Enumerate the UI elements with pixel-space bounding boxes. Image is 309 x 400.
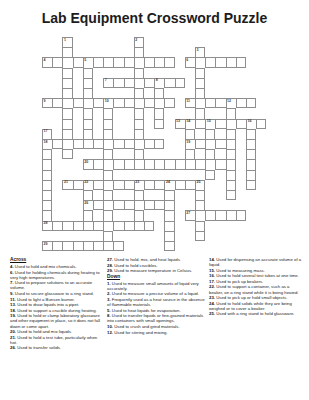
grid-cell-r6c18[interactable]: 12 bbox=[226, 98, 236, 108]
grid-cell-r12c9[interactable] bbox=[134, 159, 144, 169]
grid-cell-r12c8[interactable] bbox=[124, 159, 134, 169]
grid-cell-r6c7[interactable] bbox=[113, 98, 123, 108]
across-clue-28: 28. Used to hold crucibles. bbox=[107, 263, 206, 268]
grid-cell-r10c10[interactable] bbox=[144, 139, 154, 149]
grid-cell-r16c11[interactable] bbox=[154, 200, 164, 210]
grid-cell-r19c12[interactable] bbox=[164, 231, 174, 241]
grid-cell-r12c4[interactable]: 20 bbox=[83, 159, 93, 169]
grid-cell-r15c12[interactable] bbox=[164, 190, 174, 200]
grid-cell-r14c18[interactable] bbox=[226, 180, 236, 190]
grid-cell-r6c20[interactable] bbox=[246, 98, 256, 108]
cell-number-11: 11 bbox=[186, 99, 190, 103]
grid-cell-r10c6[interactable] bbox=[103, 139, 113, 149]
down-clue-16: 16. Used to hold several test tubes at o… bbox=[209, 273, 304, 278]
grid-cell-r2c1[interactable] bbox=[52, 57, 62, 67]
grid-cell-r3c15[interactable] bbox=[195, 68, 205, 78]
across-clue-6: 6. Used for holding chemicals during hea… bbox=[10, 270, 104, 280]
grid-cell-r2c17[interactable] bbox=[215, 57, 225, 67]
clue-number: 21. bbox=[10, 335, 17, 340]
grid-cell-r20c5[interactable] bbox=[93, 241, 103, 251]
grid-cell-r14c11[interactable] bbox=[154, 180, 164, 190]
grid-cell-r14c12[interactable]: 24 bbox=[164, 180, 174, 190]
grid-cell-r10c11[interactable] bbox=[154, 139, 164, 149]
grid-cell-r6c15[interactable] bbox=[195, 98, 205, 108]
grid-cell-r8c17[interactable] bbox=[215, 119, 225, 129]
grid-cell-r16c4[interactable]: 26 bbox=[83, 200, 93, 210]
grid-cell-r2c11[interactable] bbox=[154, 57, 164, 67]
grid-cell-r2c6[interactable] bbox=[103, 57, 113, 67]
cell-number-23: 23 bbox=[135, 180, 139, 184]
grid-cell-r6c14[interactable]: 11 bbox=[185, 98, 195, 108]
grid-cell-r3c4[interactable] bbox=[83, 68, 93, 78]
down-clue-23: 23. Used to pick up or hold small object… bbox=[209, 295, 304, 300]
grid-cell-r7c18[interactable] bbox=[226, 108, 236, 118]
grid-cell-r16c10[interactable] bbox=[144, 200, 154, 210]
clue-number: 15. bbox=[209, 268, 216, 273]
across-clue-7: 7. Used to prepare solutions to an accur… bbox=[10, 280, 104, 290]
grid-cell-r2c19[interactable] bbox=[236, 57, 246, 67]
grid-cell-r3c9[interactable] bbox=[134, 68, 144, 78]
grid-cell-r8c18[interactable] bbox=[226, 119, 236, 129]
grid-cell-r14c6[interactable] bbox=[103, 180, 113, 190]
grid-cell-r1c15[interactable]: 3 bbox=[195, 47, 205, 57]
cell-number-26: 26 bbox=[84, 201, 88, 205]
grid-cell-r15c0[interactable] bbox=[42, 190, 52, 200]
clue-number: 16. bbox=[209, 273, 216, 278]
grid-cell-r14c20[interactable] bbox=[246, 180, 256, 190]
clue-column-right: 14. Used for dispensing an accurate volu… bbox=[209, 257, 304, 317]
grid-cell-r8c13[interactable]: 13 bbox=[175, 119, 185, 129]
down-clue-25: 25. Used with a ring stand to hold glass… bbox=[209, 311, 304, 316]
grid-cell-r5c15[interactable] bbox=[195, 88, 205, 98]
grid-cell-r12c15[interactable] bbox=[195, 159, 205, 169]
clue-number: 25. bbox=[209, 311, 216, 316]
grid-cell-r17c18[interactable] bbox=[226, 210, 236, 220]
grid-cell-r10c15[interactable] bbox=[195, 139, 205, 149]
grid-cell-r15c6[interactable] bbox=[103, 190, 113, 200]
grid-cell-r13c18[interactable] bbox=[226, 170, 236, 180]
grid-cell-r6c19[interactable] bbox=[236, 98, 246, 108]
grid-cell-r8c21[interactable] bbox=[256, 119, 266, 129]
cell-number-14: 14 bbox=[186, 119, 190, 123]
across-clue-4: 4. Used to hold and mix chemicals. bbox=[10, 264, 104, 269]
clue-number: 17. bbox=[209, 279, 216, 284]
grid-cell-r5c2[interactable] bbox=[62, 88, 72, 98]
cell-number-16: 16 bbox=[248, 119, 252, 123]
grid-cell-r8c4[interactable] bbox=[83, 119, 93, 129]
grid-cell-r18c12[interactable] bbox=[164, 221, 174, 231]
grid-cell-r18c10[interactable] bbox=[144, 221, 154, 231]
grid-cell-r14c2[interactable]: 21 bbox=[62, 180, 72, 190]
cell-number-24: 24 bbox=[166, 180, 170, 184]
grid-cell-r6c1[interactable] bbox=[52, 98, 62, 108]
cell-number-7: 7 bbox=[105, 78, 107, 82]
grid-cell-r0c9[interactable]: 2 bbox=[134, 37, 144, 47]
grid-cell-r12c20[interactable] bbox=[246, 159, 256, 169]
grid-cell-r2c7[interactable] bbox=[113, 57, 123, 67]
clue-number: 27. bbox=[107, 257, 114, 262]
grid-cell-r4c15[interactable] bbox=[195, 78, 205, 88]
down-clue-10: 10. Used to crush and grind materials. bbox=[107, 324, 206, 329]
grid-cell-r12c18[interactable] bbox=[226, 159, 236, 169]
grid-cell-r20c0[interactable]: 29 bbox=[42, 241, 52, 251]
grid-cell-r11c9[interactable] bbox=[134, 149, 144, 159]
cell-number-2: 2 bbox=[135, 38, 137, 42]
grid-cell-r10c3[interactable] bbox=[73, 139, 83, 149]
grid-cell-r2c12[interactable] bbox=[164, 57, 174, 67]
grid-cell-r0c2[interactable]: 1 bbox=[62, 37, 72, 47]
down-clue-14: 14. Used for dispensing an accurate volu… bbox=[209, 257, 304, 267]
grid-cell-r10c0[interactable]: 18 bbox=[42, 139, 52, 149]
grid-cell-r12c5[interactable] bbox=[93, 159, 103, 169]
clue-number: 22. bbox=[209, 284, 216, 289]
grid-cell-r1c9[interactable] bbox=[134, 47, 144, 57]
grid-cell-r20c3[interactable] bbox=[73, 241, 83, 251]
cell-number-22: 22 bbox=[84, 180, 88, 184]
grid-cell-r14c0[interactable] bbox=[42, 180, 52, 190]
grid-cell-r11c0[interactable] bbox=[42, 149, 52, 159]
grid-cell-r16c9[interactable] bbox=[134, 200, 144, 210]
grid-cell-r17c4[interactable] bbox=[83, 210, 93, 220]
grid-cell-r12c10[interactable] bbox=[144, 159, 154, 169]
grid-cell-r17c0[interactable] bbox=[42, 210, 52, 220]
grid-cell-r4c8[interactable] bbox=[124, 78, 134, 88]
across-clue-11: 11. Used to light a Bunsen burner. bbox=[10, 297, 104, 302]
cell-number-8: 8 bbox=[156, 78, 158, 82]
grid-cell-r16c0[interactable] bbox=[42, 200, 52, 210]
grid-cell-r18c0[interactable]: 28 bbox=[42, 221, 52, 231]
down-clue-22: 22. Used to support a container, such as… bbox=[209, 284, 304, 294]
grid-cell-r17c9[interactable] bbox=[134, 210, 144, 220]
crossword-page: { "game": "crossword", "title": "Lab Equ… bbox=[0, 0, 309, 400]
grid-cell-r20c4[interactable] bbox=[83, 241, 93, 251]
grid-cell-r7c11[interactable] bbox=[154, 108, 164, 118]
grid-cell-r12c11[interactable] bbox=[154, 159, 164, 169]
grid-cell-r14c3[interactable] bbox=[73, 180, 83, 190]
grid-cell-r15c18[interactable] bbox=[226, 190, 236, 200]
grid-cell-r4c12[interactable] bbox=[164, 78, 174, 88]
clue-number: 9. bbox=[10, 291, 15, 296]
grid-cell-r8c6[interactable] bbox=[103, 119, 113, 129]
grid-cell-r17c16[interactable] bbox=[205, 210, 215, 220]
across-clue-list-continued: 27. Used to hold, mix, and heat liquids.… bbox=[107, 257, 206, 273]
grid-cell-r4c9[interactable] bbox=[134, 78, 144, 88]
grid-cell-r10c9[interactable] bbox=[134, 139, 144, 149]
clue-number: 28. bbox=[107, 263, 114, 268]
clue-number: 20. bbox=[10, 329, 17, 334]
grid-cell-r6c2[interactable] bbox=[62, 98, 72, 108]
down-clue-3: 3. Frequently used as a heat source in t… bbox=[107, 297, 206, 307]
grid-cell-r13c16[interactable] bbox=[205, 170, 215, 180]
grid-cell-r10c1[interactable] bbox=[52, 139, 62, 149]
grid-cell-r8c20[interactable]: 16 bbox=[246, 119, 256, 129]
grid-cell-r10c8[interactable] bbox=[124, 139, 134, 149]
grid-cell-r7c2[interactable] bbox=[62, 108, 72, 118]
grid-cell-r4c6[interactable]: 7 bbox=[103, 78, 113, 88]
clue-number: 8. bbox=[107, 313, 112, 318]
clue-number: 29. bbox=[107, 268, 114, 273]
grid-cell-r16c8[interactable] bbox=[124, 200, 134, 210]
clue-number: 26. bbox=[10, 345, 17, 350]
grid-cell-r10c17[interactable] bbox=[215, 139, 225, 149]
grid-cell-r16c6[interactable] bbox=[103, 200, 113, 210]
page-title: Lab Equipment Crossword Puzzle bbox=[0, 10, 309, 26]
grid-cell-r20c2[interactable] bbox=[62, 241, 72, 251]
cell-number-18: 18 bbox=[44, 140, 48, 144]
cell-number-6: 6 bbox=[186, 58, 188, 62]
grid-cell-r9c4[interactable] bbox=[83, 129, 93, 139]
grid-cell-r4c7[interactable] bbox=[113, 78, 123, 88]
cell-number-10: 10 bbox=[105, 99, 109, 103]
grid-cell-r11c14[interactable] bbox=[185, 149, 195, 159]
grid-cell-r2c14[interactable]: 6 bbox=[185, 57, 195, 67]
grid-cell-r6c8[interactable] bbox=[124, 98, 134, 108]
grid-cell-r18c1[interactable] bbox=[52, 221, 62, 231]
grid-cell-r15c4[interactable] bbox=[83, 190, 93, 200]
across-clue-9: 9. Used to secure glassware to a ring st… bbox=[10, 291, 104, 296]
grid-cell-r14c7[interactable] bbox=[113, 180, 123, 190]
grid-cell-r10c7[interactable] bbox=[113, 139, 123, 149]
grid-cell-r6c11[interactable] bbox=[154, 98, 164, 108]
grid-cell-r17c12[interactable] bbox=[164, 210, 174, 220]
grid-cell-r2c9[interactable] bbox=[134, 57, 144, 67]
grid-cell-r9c0[interactable]: 17 bbox=[42, 129, 52, 139]
grid-cell-r2c8[interactable] bbox=[124, 57, 134, 67]
cell-number-1: 1 bbox=[64, 38, 66, 42]
grid-cell-r11c18[interactable] bbox=[226, 149, 236, 159]
clue-column-middle: 27. Used to hold, mix, and heat liquids.… bbox=[107, 257, 206, 335]
cell-number-4: 4 bbox=[44, 58, 46, 62]
grid-cell-r1c2[interactable] bbox=[62, 47, 72, 57]
grid-cell-r15c9[interactable] bbox=[134, 190, 144, 200]
grid-cell-r10c2[interactable] bbox=[62, 139, 72, 149]
cell-number-28: 28 bbox=[44, 221, 48, 225]
across-header: Across bbox=[10, 257, 104, 263]
grid-cell-r2c5[interactable] bbox=[93, 57, 103, 67]
cell-number-13: 13 bbox=[176, 119, 180, 123]
grid-cell-r18c9[interactable] bbox=[134, 221, 144, 231]
grid-cell-r20c6[interactable] bbox=[103, 241, 113, 251]
grid-cell-r5c9[interactable] bbox=[134, 88, 144, 98]
grid-cell-r7c9[interactable] bbox=[134, 108, 144, 118]
grid-cell-r19c15[interactable] bbox=[195, 231, 205, 241]
grid-cell-r6c6[interactable]: 10 bbox=[103, 98, 113, 108]
grid-cell-r14c14[interactable] bbox=[185, 180, 195, 190]
grid-cell-r2c16[interactable] bbox=[205, 57, 215, 67]
grid-cell-r16c5[interactable] bbox=[93, 200, 103, 210]
cell-number-19: 19 bbox=[186, 140, 190, 144]
clue-number: 1. bbox=[107, 281, 112, 286]
grid-cell-r9c6[interactable] bbox=[103, 129, 113, 139]
grid-cell-r8c19[interactable] bbox=[236, 119, 246, 129]
cell-number-15: 15 bbox=[207, 119, 211, 123]
grid-cell-r2c4[interactable]: 5 bbox=[83, 57, 93, 67]
cell-number-20: 20 bbox=[84, 160, 88, 164]
clue-number: 2. bbox=[107, 291, 112, 296]
grid-cell-r14c9[interactable]: 23 bbox=[134, 180, 144, 190]
grid-cell-r6c12[interactable] bbox=[164, 98, 174, 108]
grid-cell-r18c3[interactable] bbox=[73, 221, 83, 231]
cell-number-29: 29 bbox=[44, 242, 48, 246]
down-clue-5: 5. Used to heat liquids for evaporation. bbox=[107, 308, 206, 313]
grid-cell-r13c6[interactable] bbox=[103, 170, 113, 180]
cell-number-17: 17 bbox=[44, 129, 48, 133]
grid-cell-r5c4[interactable] bbox=[83, 88, 93, 98]
clue-number: 19. bbox=[10, 313, 17, 318]
grid-cell-r12c16[interactable] bbox=[205, 159, 215, 169]
down-clue-15: 15. Used to measuring mass. bbox=[209, 268, 304, 273]
grid-cell-r9c20[interactable] bbox=[246, 129, 256, 139]
grid-cell-r17c19[interactable] bbox=[236, 210, 246, 220]
down-clue-1: 1. Used to measure small amounts of liqu… bbox=[107, 281, 206, 291]
cell-number-25: 25 bbox=[197, 180, 201, 184]
grid-cell-r9c2[interactable] bbox=[62, 129, 72, 139]
across-clue-18: 18. Used to support a crucible during he… bbox=[10, 308, 104, 313]
clue-number: 7. bbox=[10, 280, 15, 285]
grid-cell-r8c14[interactable]: 14 bbox=[185, 119, 195, 129]
grid-cell-r8c15[interactable] bbox=[195, 119, 205, 129]
grid-cell-r6c5[interactable] bbox=[93, 98, 103, 108]
cell-number-12: 12 bbox=[227, 99, 231, 103]
cell-number-3: 3 bbox=[197, 48, 199, 52]
grid-cell-r12c0[interactable] bbox=[42, 159, 52, 169]
grid-cell-r6c3[interactable] bbox=[73, 98, 83, 108]
across-clue-13: 13. Used to draw liquids into a pipet. bbox=[10, 302, 104, 307]
grid-cell-r17c15[interactable] bbox=[195, 210, 205, 220]
grid-cell-r9c9[interactable] bbox=[134, 129, 144, 139]
grid-cell-r12c13[interactable] bbox=[175, 159, 185, 169]
grid-cell-r9c18[interactable] bbox=[226, 129, 236, 139]
grid-cell-r10c18[interactable] bbox=[226, 139, 236, 149]
grid-cell-r12c12[interactable] bbox=[164, 159, 174, 169]
grid-cell-r20c7[interactable] bbox=[113, 241, 123, 251]
grid-cell-r18c2[interactable] bbox=[62, 221, 72, 231]
down-header: Down bbox=[107, 274, 206, 280]
clue-number: 5. bbox=[107, 308, 112, 313]
grid-cell-r10c5[interactable] bbox=[93, 139, 103, 149]
grid-cell-r17c14[interactable]: 27 bbox=[185, 210, 195, 220]
grid-cell-r18c7[interactable] bbox=[113, 221, 123, 231]
grid-cell-r4c2[interactable] bbox=[62, 78, 72, 88]
cell-number-27: 27 bbox=[186, 211, 190, 215]
grid-cell-r6c0[interactable]: 9 bbox=[42, 98, 52, 108]
grid-cell-r10c14[interactable]: 19 bbox=[185, 139, 195, 149]
grid-cell-r6c10[interactable] bbox=[144, 98, 154, 108]
cell-number-5: 5 bbox=[84, 58, 86, 62]
grid-cell-r8c2[interactable] bbox=[62, 119, 72, 129]
grid-cell-r4c11[interactable]: 8 bbox=[154, 78, 164, 88]
grid-cell-r6c4[interactable] bbox=[83, 98, 93, 108]
grid-cell-r8c9[interactable] bbox=[134, 119, 144, 129]
grid-cell-r9c14[interactable] bbox=[185, 129, 195, 139]
grid-cell-r11c2[interactable] bbox=[62, 149, 72, 159]
grid-cell-r14c13[interactable] bbox=[175, 180, 185, 190]
grid-cell-r13c20[interactable] bbox=[246, 170, 256, 180]
cell-number-21: 21 bbox=[64, 180, 68, 184]
grid-cell-r12c6[interactable] bbox=[103, 159, 113, 169]
grid-cell-r11c6[interactable] bbox=[103, 149, 113, 159]
grid-cell-r19c6[interactable] bbox=[103, 231, 113, 241]
clue-number: 12. bbox=[107, 330, 114, 335]
grid-cell-r2c18[interactable] bbox=[226, 57, 236, 67]
clue-number: 10. bbox=[107, 324, 114, 329]
grid-cell-r16c7[interactable] bbox=[113, 200, 123, 210]
grid-cell-r12c14[interactable] bbox=[185, 159, 195, 169]
grid-cell-r7c6[interactable] bbox=[103, 108, 113, 118]
grid-cell-r20c12[interactable] bbox=[164, 241, 174, 251]
down-clue-8: 8. Used to transfer liquids or fine-grai… bbox=[107, 313, 206, 323]
grid-cell-r9c16[interactable] bbox=[205, 129, 215, 139]
grid-cell-r17c6[interactable] bbox=[103, 210, 113, 220]
across-clue-list: 4. Used to hold and mix chemicals.6. Use… bbox=[10, 264, 104, 351]
grid-cell-r14c8[interactable] bbox=[124, 180, 134, 190]
grid-cell-r14c5[interactable] bbox=[93, 180, 103, 190]
cell-number-9: 9 bbox=[44, 99, 46, 103]
clue-number: 4. bbox=[10, 264, 15, 269]
grid-cell-r18c6[interactable] bbox=[103, 221, 113, 231]
grid-cell-r10c4[interactable] bbox=[83, 139, 93, 149]
grid-cell-r16c15[interactable] bbox=[195, 200, 205, 210]
grid-cell-r18c15[interactable] bbox=[195, 221, 205, 231]
grid-cell-r6c16[interactable] bbox=[205, 98, 215, 108]
grid-cell-r12c17[interactable] bbox=[215, 159, 225, 169]
grid-cell-r14c10[interactable] bbox=[144, 180, 154, 190]
grid-cell-r18c4[interactable] bbox=[83, 221, 93, 231]
grid-cell-r12c7[interactable] bbox=[113, 159, 123, 169]
grid-cell-r7c4[interactable] bbox=[83, 108, 93, 118]
grid-cell-r2c15[interactable] bbox=[195, 57, 205, 67]
grid-cell-r3c2[interactable] bbox=[62, 68, 72, 78]
grid-cell-r11c16[interactable] bbox=[205, 149, 215, 159]
grid-cell-r4c4[interactable] bbox=[83, 78, 93, 88]
grid-cell-r14c15[interactable]: 25 bbox=[195, 180, 205, 190]
grid-cell-r4c13[interactable] bbox=[175, 78, 185, 88]
clue-number: 13. bbox=[10, 302, 17, 307]
grid-cell-r2c2[interactable] bbox=[62, 57, 72, 67]
clue-number: 23. bbox=[209, 295, 216, 300]
across-clue-21: 21. Used to hold a test tube, particular… bbox=[10, 335, 104, 345]
grid-cell-r15c15[interactable] bbox=[195, 190, 205, 200]
grid-cell-r4c10[interactable] bbox=[144, 78, 154, 88]
grid-cell-r11c20[interactable] bbox=[246, 149, 256, 159]
grid-cell-r16c12[interactable] bbox=[164, 200, 174, 210]
grid-cell-r18c8[interactable] bbox=[124, 221, 134, 231]
crossword-grid: 1234567891011121314151617181920212223242… bbox=[42, 37, 266, 251]
clue-number: 3. bbox=[107, 297, 112, 302]
grid-cell-r18c5[interactable] bbox=[93, 221, 103, 231]
grid-cell-r5c11[interactable] bbox=[154, 88, 164, 98]
down-clue-24: 24. Used to hold solids while they are b… bbox=[209, 301, 304, 311]
grid-cell-r20c1[interactable] bbox=[52, 241, 62, 251]
grid-cell-r10c16[interactable] bbox=[205, 139, 215, 149]
across-clue-26: 26. Used to transfer solids. bbox=[10, 345, 104, 350]
grid-cell-r2c10[interactable] bbox=[144, 57, 154, 67]
grid-cell-r8c16[interactable]: 15 bbox=[205, 119, 215, 129]
grid-cell-r14c4[interactable]: 22 bbox=[83, 180, 93, 190]
grid-cell-r10c20[interactable] bbox=[246, 139, 256, 149]
grid-cell-r2c0[interactable]: 4 bbox=[42, 57, 52, 67]
grid-cell-r6c9[interactable] bbox=[134, 98, 144, 108]
grid-cell-r2c3[interactable] bbox=[73, 57, 83, 67]
grid-cell-r6c17[interactable] bbox=[215, 98, 225, 108]
grid-cell-r13c0[interactable] bbox=[42, 170, 52, 180]
across-clue-20: 20. Used to hold and mix liquids. bbox=[10, 329, 104, 334]
clue-number: 18. bbox=[10, 308, 17, 313]
across-clue-27: 27. Used to hold, mix, and heat liquids. bbox=[107, 257, 206, 262]
grid-cell-r17c17[interactable] bbox=[215, 210, 225, 220]
grid-cell-r7c15[interactable] bbox=[195, 108, 205, 118]
grid-cell-r8c11[interactable] bbox=[154, 119, 164, 129]
